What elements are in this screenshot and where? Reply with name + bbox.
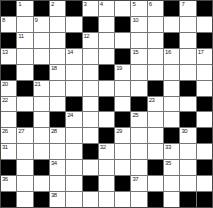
grid-cell[interactable]: [115, 192, 130, 207]
grid-cell[interactable]: [148, 33, 163, 48]
grid-cell[interactable]: 20: [1, 81, 16, 96]
grid-cell[interactable]: 31: [1, 144, 16, 159]
grid-cell[interactable]: [197, 81, 212, 96]
blocked-cell: [66, 97, 81, 112]
grid-cell[interactable]: [1, 112, 16, 127]
blocked-cell: [50, 112, 65, 127]
blocked-cell: [17, 81, 32, 96]
blocked-cell: [197, 128, 212, 143]
grid-cell[interactable]: [17, 49, 32, 64]
grid-cell[interactable]: [131, 160, 146, 175]
blocked-cell: [99, 97, 114, 112]
blocked-cell: [83, 17, 98, 32]
grid-cell[interactable]: [115, 97, 130, 112]
grid-cell[interactable]: [115, 144, 130, 159]
grid-cell[interactable]: 33: [164, 144, 179, 159]
clue-number: 5: [132, 1, 135, 8]
grid-cell[interactable]: [131, 65, 146, 80]
grid-cell[interactable]: 15: [131, 49, 146, 64]
grid-cell[interactable]: 12: [83, 33, 98, 48]
blocked-cell: [180, 81, 195, 96]
grid-cell[interactable]: [99, 17, 114, 32]
clue-number: 10: [132, 17, 138, 24]
grid-cell[interactable]: [66, 128, 81, 143]
grid-cell[interactable]: [115, 1, 130, 16]
clue-number: 26: [2, 128, 8, 135]
grid-cell[interactable]: [197, 112, 212, 127]
blocked-cell: [115, 112, 130, 127]
grid-cell[interactable]: [99, 81, 114, 96]
blocked-cell: [115, 17, 130, 32]
clue-number: 31: [2, 144, 8, 151]
clue-number: 24: [67, 112, 73, 119]
grid-cell[interactable]: [34, 128, 49, 143]
grid-cell[interactable]: 38: [50, 192, 65, 207]
clue-number: 6: [149, 1, 152, 8]
grid-cell[interactable]: [34, 112, 49, 127]
grid-cell[interactable]: [148, 144, 163, 159]
blocked-cell: [115, 49, 130, 64]
clue-number: 14: [67, 49, 73, 56]
blocked-cell: [197, 192, 212, 207]
grid-cell[interactable]: [164, 176, 179, 191]
grid-cell[interactable]: 22: [1, 97, 16, 112]
clue-number: 36: [2, 176, 8, 183]
grid-cell[interactable]: 4: [99, 1, 114, 16]
grid-cell[interactable]: 5: [131, 1, 146, 16]
grid-cell[interactable]: [115, 33, 130, 48]
blocked-cell: [197, 160, 212, 175]
grid-cell[interactable]: [131, 144, 146, 159]
grid-cell[interactable]: [99, 192, 114, 207]
clue-number: 11: [18, 33, 23, 40]
blocked-cell: [66, 1, 81, 16]
grid-cell[interactable]: [83, 112, 98, 127]
clue-number: 20: [2, 81, 8, 88]
grid-cell[interactable]: [164, 81, 179, 96]
grid-cell[interactable]: [99, 176, 114, 191]
grid-cell[interactable]: [180, 49, 195, 64]
blocked-cell: [34, 192, 49, 207]
grid-cell[interactable]: 35: [164, 160, 179, 175]
clue-number: 13: [2, 49, 8, 56]
grid-cell[interactable]: 1: [17, 1, 32, 16]
clue-number: 29: [116, 128, 122, 135]
blocked-cell: [99, 65, 114, 80]
grid-cell[interactable]: [34, 144, 49, 159]
grid-cell[interactable]: [197, 17, 212, 32]
grid-cell[interactable]: [66, 160, 81, 175]
grid-cell[interactable]: 26: [1, 128, 16, 143]
grid-cell[interactable]: [131, 192, 146, 207]
clue-number: 23: [149, 97, 155, 104]
grid-cell[interactable]: 21: [34, 81, 49, 96]
grid-cell[interactable]: 2: [50, 1, 65, 16]
clue-number: 21: [35, 81, 41, 88]
grid-cell[interactable]: 3: [83, 1, 98, 16]
grid-cell[interactable]: [99, 33, 114, 48]
grid-cell[interactable]: [50, 97, 65, 112]
grid-cell[interactable]: [83, 65, 98, 80]
grid-cell[interactable]: 8: [1, 17, 16, 32]
grid-cell[interactable]: [83, 81, 98, 96]
clue-number: 30: [181, 128, 187, 135]
clue-number: 12: [84, 33, 90, 40]
crossword-puzzle: 1234567891011121314151617181920212223242…: [0, 0, 213, 208]
grid-cell[interactable]: [148, 176, 163, 191]
clue-number: 15: [132, 49, 138, 56]
blocked-cell: [1, 1, 16, 16]
blocked-cell: [197, 97, 212, 112]
grid-cell[interactable]: 32: [99, 144, 114, 159]
blocked-cell: [164, 128, 179, 143]
blocked-cell: [99, 128, 114, 143]
grid-cell[interactable]: [197, 65, 212, 80]
grid-cell[interactable]: [180, 97, 195, 112]
grid-cell[interactable]: [131, 33, 146, 48]
grid-cell[interactable]: [66, 176, 81, 191]
grid-cell[interactable]: [34, 97, 49, 112]
grid-cell[interactable]: [164, 97, 179, 112]
blocked-cell: [115, 176, 130, 191]
clue-number: 17: [198, 49, 204, 56]
grid-cell[interactable]: [164, 192, 179, 207]
grid-cell[interactable]: [164, 17, 179, 32]
grid-cell[interactable]: [148, 49, 163, 64]
grid-cell[interactable]: [17, 192, 32, 207]
grid-cell[interactable]: [148, 65, 163, 80]
grid-cell[interactable]: [17, 144, 32, 159]
clue-number: 4: [100, 1, 103, 8]
blocked-cell: [164, 33, 179, 48]
grid-cell[interactable]: 13: [1, 49, 16, 64]
blocked-cell: [148, 160, 163, 175]
grid-cell[interactable]: 18: [50, 65, 65, 80]
clue-number: 28: [51, 128, 57, 135]
grid-cell[interactable]: [180, 33, 195, 48]
clue-number: 37: [132, 176, 138, 183]
grid-cell[interactable]: 7: [180, 1, 195, 16]
blocked-cell: [148, 81, 163, 96]
clue-number: 35: [165, 160, 171, 167]
blocked-cell: [34, 160, 49, 175]
clue-number: 38: [51, 192, 57, 199]
grid-cell[interactable]: [99, 112, 114, 127]
grid-cell[interactable]: [180, 17, 195, 32]
grid-cell[interactable]: [83, 160, 98, 175]
blocked-cell: [180, 192, 195, 207]
blocked-cell: [197, 33, 212, 48]
grid-cell[interactable]: [197, 144, 212, 159]
clue-number: 19: [116, 65, 122, 72]
clue-number: 18: [51, 65, 57, 72]
grid-cell[interactable]: [17, 17, 32, 32]
grid-cell[interactable]: 30: [180, 128, 195, 143]
blocked-cell: [83, 144, 98, 159]
grid-cell[interactable]: 25: [131, 112, 146, 127]
grid-cell[interactable]: [131, 128, 146, 143]
grid-cell[interactable]: [164, 112, 179, 127]
clue-number: 8: [2, 17, 5, 24]
grid-cell[interactable]: [115, 160, 130, 175]
grid-cell[interactable]: [115, 81, 130, 96]
grid-cell[interactable]: [34, 176, 49, 191]
grid-cell[interactable]: 16: [164, 49, 179, 64]
blocked-cell: [180, 112, 195, 127]
blocked-cell: [34, 65, 49, 80]
grid-cell[interactable]: 34: [50, 160, 65, 175]
grid-cell[interactable]: 10: [131, 17, 146, 32]
blocked-cell: [1, 160, 16, 175]
grid-cell[interactable]: 24: [66, 112, 81, 127]
grid-cell[interactable]: [83, 97, 98, 112]
blocked-cell: [164, 1, 179, 16]
clue-number: 22: [2, 97, 8, 104]
grid-cell[interactable]: [197, 176, 212, 191]
grid-cell[interactable]: [148, 112, 163, 127]
grid-cell[interactable]: 23: [148, 97, 163, 112]
grid-cell[interactable]: [180, 176, 195, 191]
grid-cell[interactable]: 6: [148, 1, 163, 16]
grid-cell[interactable]: 27: [17, 128, 32, 143]
grid-cell[interactable]: 9: [34, 17, 49, 32]
grid-cell[interactable]: [17, 176, 32, 191]
clue-number: 34: [51, 160, 57, 167]
grid-cell[interactable]: [83, 49, 98, 64]
grid-cell[interactable]: [66, 192, 81, 207]
grid-cell[interactable]: [50, 144, 65, 159]
blocked-cell: [34, 1, 49, 16]
grid-cell[interactable]: [34, 49, 49, 64]
blocked-cell: [131, 97, 146, 112]
grid-cell[interactable]: [66, 81, 81, 96]
blocked-cell: [83, 176, 98, 191]
grid-cell[interactable]: [83, 192, 98, 207]
grid-cell[interactable]: [17, 65, 32, 80]
grid-cell[interactable]: [34, 33, 49, 48]
grid-cell[interactable]: [50, 81, 65, 96]
grid-cell[interactable]: 17: [197, 49, 212, 64]
grid-cell[interactable]: 29: [115, 128, 130, 143]
clue-number: 25: [132, 112, 138, 119]
grid-cell[interactable]: [50, 17, 65, 32]
clue-number: 33: [165, 144, 171, 151]
blocked-cell: [1, 192, 16, 207]
blocked-cell: [148, 192, 163, 207]
grid-cell[interactable]: [17, 160, 32, 175]
grid-cell[interactable]: [50, 49, 65, 64]
grid-cell[interactable]: [17, 97, 32, 112]
grid-cell[interactable]: [50, 33, 65, 48]
clue-number: 32: [100, 144, 106, 151]
blocked-cell: [17, 112, 32, 127]
grid-cell[interactable]: 37: [131, 176, 146, 191]
grid-cell[interactable]: [131, 81, 146, 96]
clue-number: 1: [18, 1, 21, 8]
grid-cell[interactable]: 28: [50, 128, 65, 143]
grid-cell[interactable]: [164, 65, 179, 80]
blocked-cell: [197, 1, 212, 16]
blocked-cell: [1, 65, 16, 80]
grid-cell[interactable]: [66, 17, 81, 32]
crossword-board: 1234567891011121314151617181920212223242…: [0, 0, 213, 208]
grid-cell[interactable]: [99, 160, 114, 175]
grid-cell[interactable]: [50, 176, 65, 191]
grid-cell[interactable]: 11: [17, 33, 32, 48]
clue-number: 16: [165, 49, 171, 56]
grid-cell[interactable]: [66, 65, 81, 80]
clue-number: 2: [51, 1, 54, 8]
grid-cell[interactable]: [148, 17, 163, 32]
grid-cell[interactable]: [66, 144, 81, 159]
grid-cell[interactable]: [148, 128, 163, 143]
blocked-cell: [1, 33, 16, 48]
grid-cell[interactable]: [99, 49, 114, 64]
clue-number: 3: [84, 1, 87, 8]
clue-number: 9: [35, 17, 38, 24]
clue-number: 7: [181, 1, 184, 8]
clue-number: 27: [18, 128, 24, 135]
grid-cell[interactable]: [180, 65, 195, 80]
grid-cell[interactable]: 19: [115, 65, 130, 80]
grid-cell[interactable]: 36: [1, 176, 16, 191]
grid-cell[interactable]: [83, 128, 98, 143]
grid-cell[interactable]: [180, 144, 195, 159]
grid-cell[interactable]: [180, 160, 195, 175]
blocked-cell: [66, 33, 81, 48]
grid-cell[interactable]: 14: [66, 49, 81, 64]
